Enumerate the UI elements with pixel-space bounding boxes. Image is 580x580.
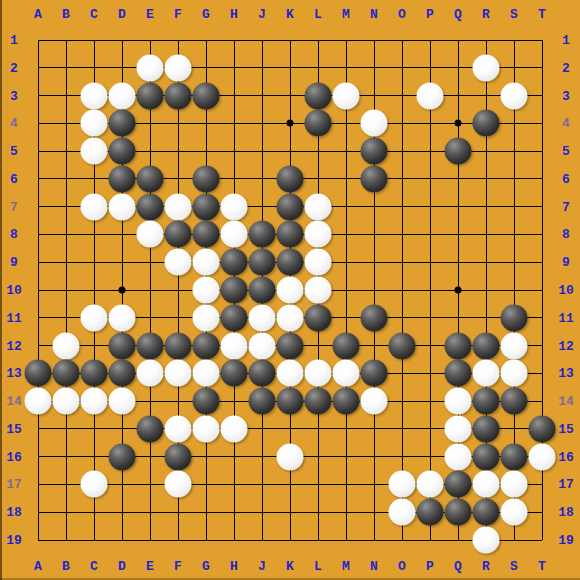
black-stone-R15 xyxy=(473,415,500,442)
white-stone-P17 xyxy=(417,471,444,498)
black-stone-D12 xyxy=(109,332,136,359)
white-stone-K10 xyxy=(277,277,304,304)
white-stone-L10 xyxy=(305,277,332,304)
white-stone-K16 xyxy=(277,443,304,470)
black-stone-F16 xyxy=(165,443,192,470)
black-stone-D5 xyxy=(109,138,136,165)
black-stone-S11 xyxy=(501,304,528,331)
white-stone-N14 xyxy=(361,388,388,415)
stones-layer[interactable] xyxy=(0,0,580,580)
white-stone-L7 xyxy=(305,193,332,220)
white-stone-N4 xyxy=(361,110,388,137)
black-stone-L4 xyxy=(305,110,332,137)
black-stone-H11 xyxy=(221,304,248,331)
white-stone-S12 xyxy=(501,332,528,359)
black-stone-N11 xyxy=(361,304,388,331)
black-stone-K12 xyxy=(277,332,304,359)
white-stone-D14 xyxy=(109,388,136,415)
white-stone-R17 xyxy=(473,471,500,498)
black-stone-K8 xyxy=(277,221,304,248)
black-stone-O12 xyxy=(389,332,416,359)
black-stone-J9 xyxy=(249,249,276,276)
black-stone-K7 xyxy=(277,193,304,220)
white-stone-H12 xyxy=(221,332,248,359)
white-stone-F15 xyxy=(165,415,192,442)
black-stone-C13 xyxy=(81,360,108,387)
black-stone-R12 xyxy=(473,332,500,359)
black-stone-D16 xyxy=(109,443,136,470)
white-stone-L9 xyxy=(305,249,332,276)
white-stone-G11 xyxy=(193,304,220,331)
go-board-app: AABBCCDDEEFFGGHHJJKKLLMMNNOOPPQQRRSSTT11… xyxy=(0,0,580,580)
white-stone-J11 xyxy=(249,304,276,331)
black-stone-E12 xyxy=(137,332,164,359)
white-stone-C17 xyxy=(81,471,108,498)
white-stone-D3 xyxy=(109,82,136,109)
black-stone-J10 xyxy=(249,277,276,304)
white-stone-D11 xyxy=(109,304,136,331)
black-stone-G7 xyxy=(193,193,220,220)
white-stone-R2 xyxy=(473,54,500,81)
black-stone-Q13 xyxy=(445,360,472,387)
white-stone-M3 xyxy=(333,82,360,109)
black-stone-R18 xyxy=(473,499,500,526)
black-stone-K6 xyxy=(277,165,304,192)
white-stone-C3 xyxy=(81,82,108,109)
white-stone-A14 xyxy=(25,388,52,415)
white-stone-O17 xyxy=(389,471,416,498)
white-stone-Q14 xyxy=(445,388,472,415)
white-stone-S13 xyxy=(501,360,528,387)
black-stone-E3 xyxy=(137,82,164,109)
black-stone-G8 xyxy=(193,221,220,248)
black-stone-H9 xyxy=(221,249,248,276)
white-stone-R19 xyxy=(473,527,500,554)
white-stone-C7 xyxy=(81,193,108,220)
white-stone-G13 xyxy=(193,360,220,387)
white-stone-O18 xyxy=(389,499,416,526)
black-stone-J14 xyxy=(249,388,276,415)
black-stone-P18 xyxy=(417,499,444,526)
white-stone-E13 xyxy=(137,360,164,387)
black-stone-Q18 xyxy=(445,499,472,526)
black-stone-F8 xyxy=(165,221,192,248)
black-stone-N13 xyxy=(361,360,388,387)
white-stone-B14 xyxy=(53,388,80,415)
white-stone-G9 xyxy=(193,249,220,276)
black-stone-N5 xyxy=(361,138,388,165)
white-stone-T16 xyxy=(529,443,556,470)
black-stone-N6 xyxy=(361,165,388,192)
white-stone-H8 xyxy=(221,221,248,248)
white-stone-H7 xyxy=(221,193,248,220)
white-stone-S18 xyxy=(501,499,528,526)
white-stone-S17 xyxy=(501,471,528,498)
white-stone-L8 xyxy=(305,221,332,248)
black-stone-E6 xyxy=(137,165,164,192)
white-stone-H15 xyxy=(221,415,248,442)
black-stone-A13 xyxy=(25,360,52,387)
black-stone-D6 xyxy=(109,165,136,192)
black-stone-E7 xyxy=(137,193,164,220)
white-stone-B12 xyxy=(53,332,80,359)
white-stone-C4 xyxy=(81,110,108,137)
white-stone-R13 xyxy=(473,360,500,387)
black-stone-L14 xyxy=(305,388,332,415)
black-stone-Q5 xyxy=(445,138,472,165)
white-stone-S3 xyxy=(501,82,528,109)
black-stone-J8 xyxy=(249,221,276,248)
black-stone-D4 xyxy=(109,110,136,137)
white-stone-J12 xyxy=(249,332,276,359)
white-stone-G15 xyxy=(193,415,220,442)
white-stone-E8 xyxy=(137,221,164,248)
black-stone-F12 xyxy=(165,332,192,359)
black-stone-S16 xyxy=(501,443,528,470)
white-stone-E2 xyxy=(137,54,164,81)
white-stone-G10 xyxy=(193,277,220,304)
white-stone-P3 xyxy=(417,82,444,109)
white-stone-K13 xyxy=(277,360,304,387)
black-stone-G6 xyxy=(193,165,220,192)
black-stone-F3 xyxy=(165,82,192,109)
black-stone-J13 xyxy=(249,360,276,387)
black-stone-T15 xyxy=(529,415,556,442)
white-stone-Q15 xyxy=(445,415,472,442)
white-stone-K11 xyxy=(277,304,304,331)
black-stone-G3 xyxy=(193,82,220,109)
black-stone-K14 xyxy=(277,388,304,415)
black-stone-G12 xyxy=(193,332,220,359)
black-stone-R14 xyxy=(473,388,500,415)
black-stone-R4 xyxy=(473,110,500,137)
white-stone-C5 xyxy=(81,138,108,165)
black-stone-D13 xyxy=(109,360,136,387)
black-stone-B13 xyxy=(53,360,80,387)
white-stone-L13 xyxy=(305,360,332,387)
white-stone-C14 xyxy=(81,388,108,415)
black-stone-M12 xyxy=(333,332,360,359)
black-stone-Q12 xyxy=(445,332,472,359)
white-stone-M13 xyxy=(333,360,360,387)
black-stone-R16 xyxy=(473,443,500,470)
white-stone-F9 xyxy=(165,249,192,276)
black-stone-L11 xyxy=(305,304,332,331)
white-stone-F2 xyxy=(165,54,192,81)
black-stone-L3 xyxy=(305,82,332,109)
white-stone-D7 xyxy=(109,193,136,220)
white-stone-F17 xyxy=(165,471,192,498)
black-stone-K9 xyxy=(277,249,304,276)
white-stone-F13 xyxy=(165,360,192,387)
white-stone-C11 xyxy=(81,304,108,331)
black-stone-M14 xyxy=(333,388,360,415)
black-stone-H10 xyxy=(221,277,248,304)
black-stone-H13 xyxy=(221,360,248,387)
black-stone-G14 xyxy=(193,388,220,415)
black-stone-Q17 xyxy=(445,471,472,498)
black-stone-E15 xyxy=(137,415,164,442)
white-stone-F7 xyxy=(165,193,192,220)
white-stone-Q16 xyxy=(445,443,472,470)
black-stone-S14 xyxy=(501,388,528,415)
